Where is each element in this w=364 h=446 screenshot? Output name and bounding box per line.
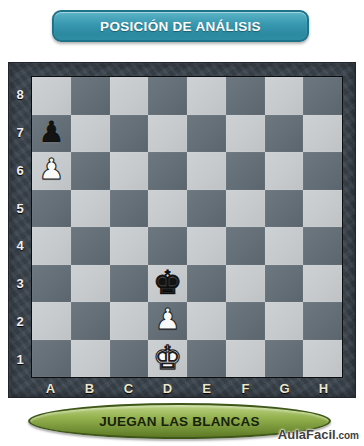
file-label-c: C [109, 378, 148, 398]
square-c7 [110, 115, 149, 153]
square-d1: ♚ [148, 340, 187, 378]
square-e1 [187, 340, 226, 378]
square-f8 [226, 77, 265, 115]
square-b8 [71, 77, 110, 115]
square-g4 [265, 227, 304, 265]
square-h5 [303, 190, 342, 228]
rank-labels: 87654321 [9, 76, 31, 378]
square-h3 [303, 265, 342, 303]
analysis-diagram: POSICIÓN DE ANÁLISIS 87654321 ♟♟♚♟♚ ABCD… [0, 0, 364, 446]
chess-board-frame: 87654321 ♟♟♚♟♚ ABCDEFGH [8, 62, 356, 398]
square-d2: ♟ [148, 302, 187, 340]
rank-label-3: 3 [9, 265, 31, 303]
square-e5 [187, 190, 226, 228]
square-e4 [187, 227, 226, 265]
square-e3 [187, 265, 226, 303]
file-label-a: A [31, 378, 70, 398]
square-c3 [110, 265, 149, 303]
square-d4 [148, 227, 187, 265]
square-d7 [148, 115, 187, 153]
square-h6 [303, 152, 342, 190]
square-d5 [148, 190, 187, 228]
square-a8 [32, 77, 71, 115]
aulafacil-link[interactable]: AulaFacil.com [278, 427, 359, 442]
square-a4 [32, 227, 71, 265]
rank-label-2: 2 [9, 303, 31, 341]
square-h1 [303, 340, 342, 378]
file-label-e: E [187, 378, 226, 398]
black-king-d3: ♚ [153, 266, 183, 299]
square-f4 [226, 227, 265, 265]
square-c1 [110, 340, 149, 378]
square-f6 [226, 152, 265, 190]
square-a6: ♟ [32, 152, 71, 190]
chess-board: ♟♟♚♟♚ [31, 76, 343, 378]
white-pawn-a6: ♟ [38, 155, 64, 184]
square-h2 [303, 302, 342, 340]
square-g2 [265, 302, 304, 340]
square-c4 [110, 227, 149, 265]
brand-suffix: .com [336, 430, 359, 441]
square-d6 [148, 152, 187, 190]
file-label-h: H [304, 378, 343, 398]
square-d8 [148, 77, 187, 115]
square-h8 [303, 77, 342, 115]
square-f5 [226, 190, 265, 228]
square-c6 [110, 152, 149, 190]
rank-label-6: 6 [9, 152, 31, 190]
square-e7 [187, 115, 226, 153]
square-e8 [187, 77, 226, 115]
rank-label-5: 5 [9, 189, 31, 227]
square-e2 [187, 302, 226, 340]
white-pawn-d2: ♟ [155, 305, 181, 334]
rank-label-4: 4 [9, 227, 31, 265]
rank-label-7: 7 [9, 114, 31, 152]
square-a1 [32, 340, 71, 378]
square-e6 [187, 152, 226, 190]
square-a7: ♟ [32, 115, 71, 153]
rank-label-8: 8 [9, 76, 31, 114]
square-g8 [265, 77, 304, 115]
square-c2 [110, 302, 149, 340]
square-b7 [71, 115, 110, 153]
file-label-b: B [70, 378, 109, 398]
square-d3: ♚ [148, 265, 187, 303]
square-b3 [71, 265, 110, 303]
file-label-d: D [148, 378, 187, 398]
square-a2 [32, 302, 71, 340]
square-a3 [32, 265, 71, 303]
brand-name: AulaFacil [278, 427, 336, 442]
square-f1 [226, 340, 265, 378]
square-b1 [71, 340, 110, 378]
square-h7 [303, 115, 342, 153]
black-pawn-a7: ♟ [38, 118, 64, 147]
square-a5 [32, 190, 71, 228]
file-label-f: F [226, 378, 265, 398]
square-c5 [110, 190, 149, 228]
square-f3 [226, 265, 265, 303]
square-g6 [265, 152, 304, 190]
square-g7 [265, 115, 304, 153]
square-g5 [265, 190, 304, 228]
side-to-move-text: JUEGAN LAS BLANCAS [99, 414, 259, 429]
square-g3 [265, 265, 304, 303]
title-banner: POSICIÓN DE ANÁLISIS [52, 10, 309, 42]
square-b6 [71, 152, 110, 190]
square-b4 [71, 227, 110, 265]
square-b2 [71, 302, 110, 340]
square-f7 [226, 115, 265, 153]
file-label-g: G [265, 378, 304, 398]
rank-label-1: 1 [9, 340, 31, 378]
square-c8 [110, 77, 149, 115]
square-b5 [71, 190, 110, 228]
square-h4 [303, 227, 342, 265]
file-labels: ABCDEFGH [31, 378, 343, 398]
square-f2 [226, 302, 265, 340]
title-text: POSICIÓN DE ANÁLISIS [100, 19, 261, 34]
white-king-d1: ♚ [153, 341, 183, 374]
square-g1 [265, 340, 304, 378]
